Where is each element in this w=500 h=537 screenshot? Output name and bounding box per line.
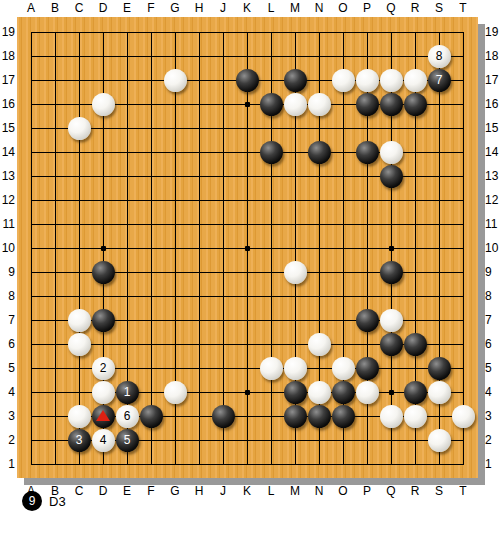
col-label: D (91, 1, 115, 16)
stone-black-C2[interactable]: 3 (68, 429, 91, 452)
stone-black-D7[interactable] (92, 309, 115, 332)
row-labels-left: 19181716151413121110987654321 (0, 20, 15, 476)
col-label: O (331, 1, 355, 16)
stone-black-E2[interactable]: 5 (116, 429, 139, 452)
col-label: P (355, 1, 379, 16)
row-label: 17 (485, 68, 500, 92)
move-number-label: 8 (436, 50, 443, 62)
col-label: H (187, 484, 211, 499)
stone-black-R6[interactable] (404, 333, 427, 356)
row-label: 15 (485, 116, 500, 140)
row-label: 4 (485, 380, 500, 404)
row-label: 18 (0, 44, 15, 68)
row-label: 2 (485, 428, 500, 452)
stone-black-E4[interactable]: 1 (116, 381, 139, 404)
row-label: 17 (0, 68, 15, 92)
col-label: G (163, 484, 187, 499)
row-label: 10 (0, 236, 15, 260)
row-label: 12 (0, 188, 15, 212)
stone-black-M4[interactable] (284, 381, 307, 404)
col-label: F (139, 484, 163, 499)
stone-black-P5[interactable] (356, 357, 379, 380)
stone-black-D3[interactable] (92, 405, 115, 428)
row-label: 12 (485, 188, 500, 212)
col-label: T (451, 484, 475, 499)
row-label: 6 (485, 332, 500, 356)
row-label: 5 (485, 356, 500, 380)
stone-black-K17[interactable] (236, 69, 259, 92)
move-caption: 9 D3 (22, 491, 66, 511)
stone-white-Q3[interactable] (380, 405, 403, 428)
stone-white-T3[interactable] (452, 405, 475, 428)
move-number-label: 4 (100, 434, 107, 446)
col-label: Q (379, 1, 403, 16)
stone-white-D2[interactable]: 4 (92, 429, 115, 452)
stone-white-S2[interactable] (428, 429, 451, 452)
row-label: 4 (0, 380, 15, 404)
col-label: L (259, 484, 283, 499)
stone-white-C15[interactable] (68, 117, 91, 140)
stone-black-D9[interactable] (92, 261, 115, 284)
col-label: T (451, 1, 475, 16)
caption-move-stone: 9 (22, 491, 42, 511)
stone-white-Q14[interactable] (380, 141, 403, 164)
stone-white-C3[interactable] (68, 405, 91, 428)
stone-white-D5[interactable]: 2 (92, 357, 115, 380)
stone-white-P17[interactable] (356, 69, 379, 92)
stone-black-L14[interactable] (260, 141, 283, 164)
stone-white-Q7[interactable] (380, 309, 403, 332)
stones-grid: 87216345 (19, 20, 475, 476)
caption-coordinate: D3 (49, 494, 66, 509)
stone-white-C6[interactable] (68, 333, 91, 356)
row-label: 7 (0, 308, 15, 332)
row-label: 16 (0, 92, 15, 116)
stone-black-P16[interactable] (356, 93, 379, 116)
col-label: C (67, 1, 91, 16)
row-label: 5 (0, 356, 15, 380)
col-label: F (139, 1, 163, 16)
stone-white-R17[interactable] (404, 69, 427, 92)
stone-white-P4[interactable] (356, 381, 379, 404)
col-label: Q (379, 484, 403, 499)
row-label: 11 (485, 212, 500, 236)
row-label: 11 (0, 212, 15, 236)
row-label: 9 (0, 260, 15, 284)
row-label: 18 (485, 44, 500, 68)
col-label: R (403, 1, 427, 16)
col-label: M (283, 1, 307, 16)
stone-white-C7[interactable] (68, 309, 91, 332)
stone-black-Q13[interactable] (380, 165, 403, 188)
col-label: E (115, 1, 139, 16)
stone-black-N14[interactable] (308, 141, 331, 164)
stone-white-O17[interactable] (332, 69, 355, 92)
row-label: 3 (485, 404, 500, 428)
stone-black-F3[interactable] (140, 405, 163, 428)
stone-white-M9[interactable] (284, 261, 307, 284)
stone-black-S5[interactable] (428, 357, 451, 380)
move-number-label: 6 (124, 410, 131, 422)
stone-white-M5[interactable] (284, 357, 307, 380)
stone-black-O4[interactable] (332, 381, 355, 404)
stone-black-P14[interactable] (356, 141, 379, 164)
row-label: 1 (0, 452, 15, 476)
row-label: 15 (0, 116, 15, 140)
row-label: 8 (0, 284, 15, 308)
col-label: C (67, 484, 91, 499)
col-label: D (91, 484, 115, 499)
stone-white-L5[interactable] (260, 357, 283, 380)
col-label: K (235, 484, 259, 499)
stone-white-N16[interactable] (308, 93, 331, 116)
col-label: O (331, 484, 355, 499)
col-label: G (163, 1, 187, 16)
col-label: S (427, 1, 451, 16)
column-labels-bottom: ABCDEFGHJKLMNOPQRST (19, 484, 475, 499)
stone-white-O5[interactable] (332, 357, 355, 380)
kifu-page: ABCDEFGHJKLMNOPQRST 19181716151413121110… (0, 0, 500, 537)
col-label: R (403, 484, 427, 499)
col-label: A (19, 1, 43, 16)
col-label: E (115, 484, 139, 499)
row-labels-right: 19181716151413121110987654321 (485, 20, 500, 476)
triangle-mark (96, 410, 110, 421)
move-number-label: 1 (124, 386, 131, 398)
row-label: 10 (485, 236, 500, 260)
stone-white-D4[interactable] (92, 381, 115, 404)
move-number-label: 3 (76, 434, 83, 446)
move-number-label: 7 (436, 74, 443, 86)
row-label: 19 (485, 20, 500, 44)
stone-black-S17[interactable]: 7 (428, 69, 451, 92)
stone-black-Q9[interactable] (380, 261, 403, 284)
stone-white-E3[interactable]: 6 (116, 405, 139, 428)
stone-black-R16[interactable] (404, 93, 427, 116)
row-label: 7 (485, 308, 500, 332)
col-label: S (427, 484, 451, 499)
row-label: 16 (485, 92, 500, 116)
col-label: J (211, 484, 235, 499)
stone-black-M3[interactable] (284, 405, 307, 428)
stone-black-Q6[interactable] (380, 333, 403, 356)
go-board[interactable]: 87216345 (17, 17, 478, 478)
col-label: N (307, 1, 331, 16)
row-label: 13 (485, 164, 500, 188)
move-number-label: 5 (124, 434, 131, 446)
row-label: 9 (485, 260, 500, 284)
col-label: H (187, 1, 211, 16)
row-label: 14 (485, 140, 500, 164)
col-label: P (355, 484, 379, 499)
col-label: L (259, 1, 283, 16)
column-labels-top: ABCDEFGHJKLMNOPQRST (19, 1, 475, 16)
row-label: 3 (0, 404, 15, 428)
col-label: N (307, 484, 331, 499)
stone-white-G17[interactable] (164, 69, 187, 92)
stone-white-R3[interactable] (404, 405, 427, 428)
row-label: 1 (485, 452, 500, 476)
row-label: 2 (0, 428, 15, 452)
move-number-label: 2 (100, 362, 107, 374)
row-label: 13 (0, 164, 15, 188)
stone-white-S4[interactable] (428, 381, 451, 404)
col-label: M (283, 484, 307, 499)
row-label: 8 (485, 284, 500, 308)
stone-black-Q16[interactable] (380, 93, 403, 116)
col-label: J (211, 1, 235, 16)
row-label: 6 (0, 332, 15, 356)
stone-white-N6[interactable] (308, 333, 331, 356)
stone-white-G4[interactable] (164, 381, 187, 404)
stone-black-N3[interactable] (308, 405, 331, 428)
stone-black-P7[interactable] (356, 309, 379, 332)
stone-white-D16[interactable] (92, 93, 115, 116)
stone-white-Q17[interactable] (380, 69, 403, 92)
stone-white-S18[interactable]: 8 (428, 45, 451, 68)
stone-white-N4[interactable] (308, 381, 331, 404)
stone-white-M16[interactable] (284, 93, 307, 116)
stone-black-O3[interactable] (332, 405, 355, 428)
stone-black-L16[interactable] (260, 93, 283, 116)
stone-black-M17[interactable] (284, 69, 307, 92)
row-label: 14 (0, 140, 15, 164)
stone-black-J3[interactable] (212, 405, 235, 428)
stone-black-R4[interactable] (404, 381, 427, 404)
col-label: K (235, 1, 259, 16)
col-label: B (43, 1, 67, 16)
row-label: 19 (0, 20, 15, 44)
